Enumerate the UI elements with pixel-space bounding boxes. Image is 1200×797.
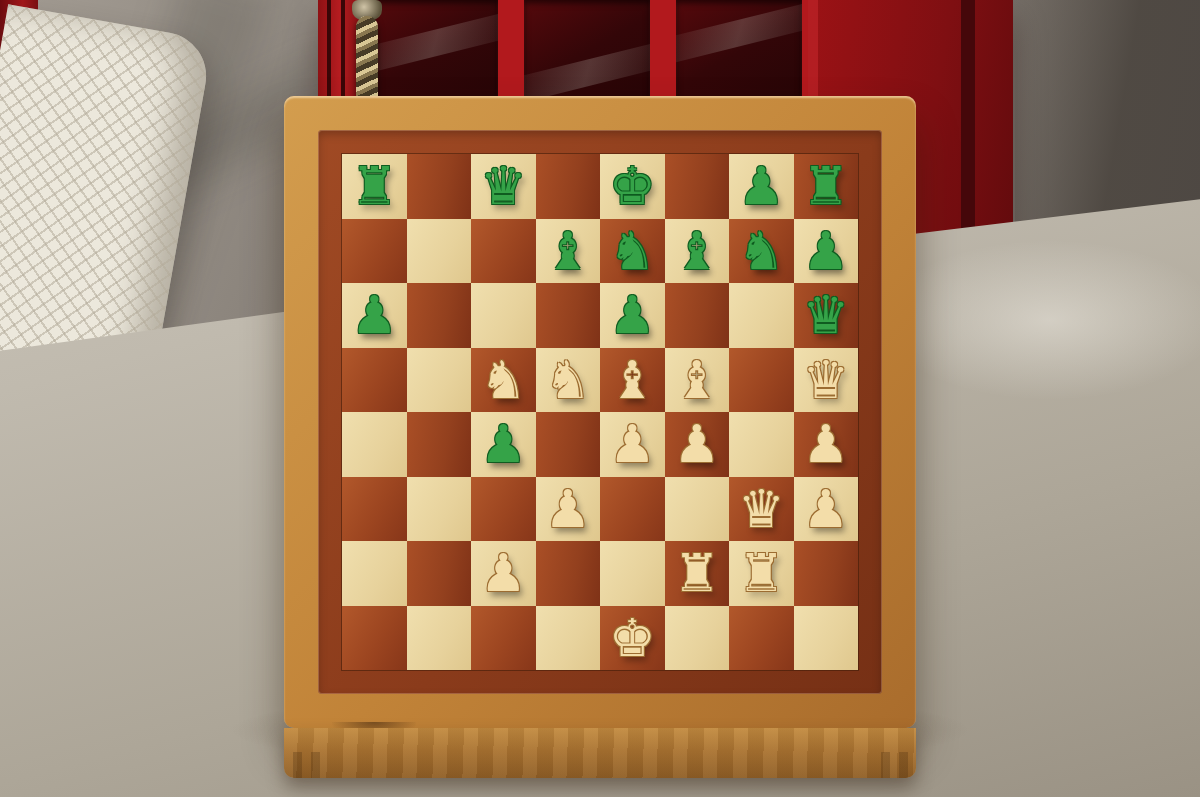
square-f6 [665, 283, 730, 348]
square-b6 [407, 283, 472, 348]
green-pawn-h7: ♟ [794, 219, 859, 284]
board-grid: ♜♛♚♟♜♝♞♝♞♟♟♟♛♞♞♝♝♛♟♟♟♟♟♛♟♟♜♜♚ [342, 154, 858, 670]
square-f2: ♜ [665, 541, 730, 606]
natural-bishop-f5: ♝ [665, 348, 730, 413]
square-e5: ♝ [600, 348, 665, 413]
natural-pawn-d3: ♟ [536, 477, 601, 542]
square-f3 [665, 477, 730, 542]
green-queen-h6: ♛ [794, 283, 859, 348]
square-f7: ♝ [665, 219, 730, 284]
natural-queen-h5: ♛ [794, 348, 859, 413]
natural-rook-f2: ♜ [665, 541, 730, 606]
square-a4 [342, 412, 407, 477]
natural-queen-g3: ♛ [729, 477, 794, 542]
square-e2 [600, 541, 665, 606]
square-h1 [794, 606, 859, 671]
natural-rook-g2: ♜ [729, 541, 794, 606]
square-h8: ♜ [794, 154, 859, 219]
green-rook-a8: ♜ [342, 154, 407, 219]
square-b2 [407, 541, 472, 606]
square-a1 [342, 606, 407, 671]
dovetail-joint [872, 752, 916, 778]
table-light-sheen [880, 240, 1200, 400]
square-h4: ♟ [794, 412, 859, 477]
green-pawn-a6: ♟ [342, 283, 407, 348]
square-f5: ♝ [665, 348, 730, 413]
square-g5 [729, 348, 794, 413]
square-e3 [600, 477, 665, 542]
square-f8 [665, 154, 730, 219]
square-c2: ♟ [471, 541, 536, 606]
square-e1: ♚ [600, 606, 665, 671]
square-e4: ♟ [600, 412, 665, 477]
square-d6 [536, 283, 601, 348]
square-c6 [471, 283, 536, 348]
square-h2 [794, 541, 859, 606]
square-b8 [407, 154, 472, 219]
square-b5 [407, 348, 472, 413]
dovetail-joint [284, 752, 328, 778]
square-h3: ♟ [794, 477, 859, 542]
natural-bishop-e5: ♝ [600, 348, 665, 413]
square-g8: ♟ [729, 154, 794, 219]
square-g3: ♛ [729, 477, 794, 542]
green-rook-h8: ♜ [794, 154, 859, 219]
chess-box-lid: ♜♛♚♟♜♝♞♝♞♟♟♟♛♞♞♝♝♛♟♟♟♟♟♛♟♟♜♜♚ [284, 96, 916, 728]
green-pawn-c4: ♟ [471, 412, 536, 477]
square-f1 [665, 606, 730, 671]
green-knight-g7: ♞ [729, 219, 794, 284]
square-d8 [536, 154, 601, 219]
square-h6: ♛ [794, 283, 859, 348]
square-c7 [471, 219, 536, 284]
square-a7 [342, 219, 407, 284]
square-b3 [407, 477, 472, 542]
box-wood-grain [284, 728, 916, 778]
chess-box-front-side [284, 728, 916, 778]
board-mahogany-frame: ♜♛♚♟♜♝♞♝♞♟♟♟♛♞♞♝♝♛♟♟♟♟♟♛♟♟♜♜♚ [318, 130, 882, 694]
green-knight-e7: ♞ [600, 219, 665, 284]
square-a6: ♟ [342, 283, 407, 348]
square-d7: ♝ [536, 219, 601, 284]
square-h7: ♟ [794, 219, 859, 284]
square-g1 [729, 606, 794, 671]
square-e7: ♞ [600, 219, 665, 284]
square-h5: ♛ [794, 348, 859, 413]
natural-pawn-c2: ♟ [471, 541, 536, 606]
square-b1 [407, 606, 472, 671]
green-bishop-d7: ♝ [536, 219, 601, 284]
square-b4 [407, 412, 472, 477]
square-g4 [729, 412, 794, 477]
green-king-e8: ♚ [600, 154, 665, 219]
square-d3: ♟ [536, 477, 601, 542]
natural-pawn-h4: ♟ [794, 412, 859, 477]
square-c1 [471, 606, 536, 671]
square-b7 [407, 219, 472, 284]
square-a2 [342, 541, 407, 606]
green-bishop-f7: ♝ [665, 219, 730, 284]
square-d4 [536, 412, 601, 477]
green-queen-c8: ♛ [471, 154, 536, 219]
photo-scene: ♜♛♚♟♜♝♞♝♞♟♟♟♛♞♞♝♝♛♟♟♟♟♟♛♟♟♜♜♚ [0, 0, 1200, 797]
square-a8: ♜ [342, 154, 407, 219]
square-f4: ♟ [665, 412, 730, 477]
square-c4: ♟ [471, 412, 536, 477]
square-g7: ♞ [729, 219, 794, 284]
square-e8: ♚ [600, 154, 665, 219]
square-e6: ♟ [600, 283, 665, 348]
green-pawn-g8: ♟ [729, 154, 794, 219]
natural-knight-d5: ♞ [536, 348, 601, 413]
square-d5: ♞ [536, 348, 601, 413]
square-g6 [729, 283, 794, 348]
natural-pawn-h3: ♟ [794, 477, 859, 542]
square-a3 [342, 477, 407, 542]
square-d1 [536, 606, 601, 671]
natural-knight-c5: ♞ [471, 348, 536, 413]
square-d2 [536, 541, 601, 606]
natural-pawn-e4: ♟ [600, 412, 665, 477]
square-c8: ♛ [471, 154, 536, 219]
square-g2: ♜ [729, 541, 794, 606]
square-c5: ♞ [471, 348, 536, 413]
natural-king-e1: ♚ [600, 606, 665, 671]
square-c3 [471, 477, 536, 542]
green-pawn-e6: ♟ [600, 283, 665, 348]
square-a5 [342, 348, 407, 413]
natural-pawn-f4: ♟ [665, 412, 730, 477]
